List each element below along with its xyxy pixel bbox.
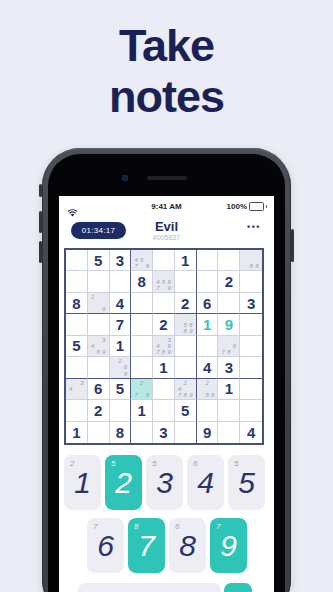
keypad-digit: 3 xyxy=(156,468,173,498)
sudoku-app: 9:41 AM 100% 01:34:17 Evil #005837 ••• 5… xyxy=(59,196,274,592)
volume-down-button xyxy=(39,241,42,263)
keypad-digit: 6 xyxy=(97,531,114,561)
sudoku-cell-r4c2[interactable] xyxy=(88,314,110,335)
remaining-count: 5 xyxy=(111,459,115,468)
given-digit: 4 xyxy=(116,296,124,311)
sudoku-cell-r8c4[interactable]: 1 xyxy=(131,400,153,421)
sudoku-cell-r4c3[interactable]: 7 xyxy=(110,314,132,335)
keypad-digit: 1 xyxy=(74,468,91,498)
sudoku-cell-r6c1[interactable] xyxy=(66,357,88,378)
sudoku-cell-r7c1[interactable]: 34 xyxy=(66,379,88,400)
sudoku-cell-r4c6[interactable]: 5689 xyxy=(175,314,197,335)
page-title-line2: notes xyxy=(0,71,333,122)
sudoku-cell-r9c5[interactable]: 3 xyxy=(153,422,175,443)
sudoku-cell-r2c2[interactable] xyxy=(88,271,110,292)
pencil-notes: 346789 xyxy=(155,337,172,355)
sudoku-cell-r6c3[interactable]: 269 xyxy=(110,357,132,378)
pencil-notes: 45679 xyxy=(155,272,172,290)
remaining-count: 5 xyxy=(234,459,238,468)
earpiece-speaker xyxy=(147,176,187,180)
sudoku-cell-r5c8[interactable]: 678 xyxy=(218,336,240,357)
sudoku-cell-r4c5[interactable]: 2 xyxy=(153,314,175,335)
sudoku-cell-r6c7[interactable]: 4 xyxy=(197,357,219,378)
sudoku-cell-r8c5[interactable] xyxy=(153,400,175,421)
sudoku-cell-r5c6[interactable] xyxy=(175,336,197,357)
keypad-digit: 2 xyxy=(115,468,132,498)
sudoku-cell-r6c4[interactable] xyxy=(131,357,153,378)
given-digit: 1 xyxy=(159,360,167,375)
remaining-count: 5 xyxy=(152,459,156,468)
given-digit: 5 xyxy=(72,338,80,353)
given-digit: 2 xyxy=(225,274,233,289)
sudoku-cell-r2c4[interactable]: 8 xyxy=(131,271,153,292)
sudoku-cell-r6c8[interactable]: 3 xyxy=(218,357,240,378)
sudoku-cell-r9c4[interactable] xyxy=(131,422,153,443)
sudoku-cell-r5c7[interactable] xyxy=(197,336,219,357)
user-digit: 9 xyxy=(225,317,233,332)
keypad-button-3[interactable]: 53 xyxy=(146,455,183,510)
keypad-button-5[interactable]: 55 xyxy=(228,455,265,510)
sudoku-cell-r4c4[interactable] xyxy=(131,314,153,335)
pencil-notes: 678 xyxy=(220,337,237,355)
sudoku-cell-r3c1[interactable]: 8 xyxy=(66,293,88,314)
keypad-digit: 5 xyxy=(238,468,255,498)
battery-icon xyxy=(249,202,264,211)
remaining-count: 7 xyxy=(216,522,220,531)
given-digit: 1 xyxy=(72,425,80,440)
sudoku-cell-r3c7[interactable]: 6 xyxy=(197,293,219,314)
sudoku-cell-r5c3[interactable]: 1 xyxy=(110,336,132,357)
battery-percent: 100% xyxy=(227,202,247,211)
sudoku-cell-r9c7[interactable]: 9 xyxy=(197,422,219,443)
sudoku-cell-r8c1[interactable] xyxy=(66,400,88,421)
remaining-count: 6 xyxy=(193,459,197,468)
mute-switch xyxy=(39,184,42,197)
phone-mockup: 9:41 AM 100% 01:34:17 Evil #005837 ••• 5… xyxy=(42,148,291,592)
volume-up-button xyxy=(39,211,42,233)
keypad-digit: 4 xyxy=(197,468,214,498)
sudoku-cell-r2c9[interactable] xyxy=(240,271,262,292)
given-digit: 5 xyxy=(94,253,102,268)
sudoku-cell-r2c7[interactable] xyxy=(197,271,219,292)
sudoku-cell-r9c3[interactable]: 8 xyxy=(110,422,132,443)
sudoku-cell-r5c1[interactable]: 5 xyxy=(66,336,88,357)
given-digit: 8 xyxy=(72,296,80,311)
notes-toggle-button[interactable] xyxy=(224,583,252,592)
given-digit: 8 xyxy=(116,425,124,440)
pencil-notes: 5689 xyxy=(177,315,194,333)
pencil-notes: 279 xyxy=(133,380,150,398)
given-digit: 2 xyxy=(159,317,167,332)
keypad-button-4[interactable]: 64 xyxy=(187,455,224,510)
page-title-line1: Take xyxy=(0,20,333,71)
keypad-button-1[interactable]: 21 xyxy=(64,455,101,510)
sudoku-cell-r5c2[interactable]: 3489 xyxy=(88,336,110,357)
more-menu-icon[interactable]: ••• xyxy=(247,222,261,232)
given-digit: 4 xyxy=(203,360,211,375)
given-digit: 6 xyxy=(203,296,211,311)
sudoku-cell-r2c1[interactable] xyxy=(66,271,88,292)
sudoku-cell-r7c9[interactable] xyxy=(240,379,262,400)
sudoku-cell-r7c5[interactable] xyxy=(153,379,175,400)
sudoku-cell-r3c6[interactable]: 2 xyxy=(175,293,197,314)
sudoku-cell-r1c4[interactable]: 4579 xyxy=(131,250,153,271)
sudoku-cell-r4c9[interactable] xyxy=(240,314,262,335)
sudoku-cell-r6c6[interactable] xyxy=(175,357,197,378)
keypad-button-6[interactable]: 76 xyxy=(87,518,124,573)
remaining-count: 8 xyxy=(134,522,138,531)
status-bar: 9:41 AM 100% xyxy=(59,200,274,214)
sudoku-cell-r8c8[interactable] xyxy=(218,400,240,421)
sudoku-cell-r9c6[interactable] xyxy=(175,422,197,443)
sudoku-cell-r1c3[interactable]: 3 xyxy=(110,250,132,271)
sudoku-cell-r8c3[interactable] xyxy=(110,400,132,421)
bottom-action-bar[interactable] xyxy=(78,583,221,592)
sudoku-cell-r2c8[interactable]: 2 xyxy=(218,271,240,292)
keypad-row-2: 76876879 xyxy=(87,518,247,573)
remaining-count: 6 xyxy=(175,522,179,531)
sudoku-cell-r9c1[interactable]: 1 xyxy=(66,422,88,443)
given-digit: 9 xyxy=(203,425,211,440)
sudoku-cell-r7c6[interactable]: 24789 xyxy=(175,379,197,400)
sudoku-cell-r4c8[interactable]: 9 xyxy=(218,314,240,335)
keypad-digit: 9 xyxy=(220,531,237,561)
given-digit: 2 xyxy=(181,296,189,311)
given-digit: 3 xyxy=(225,360,233,375)
pencil-notes: 24789 xyxy=(177,380,194,398)
sudoku-cell-r3c3[interactable]: 4 xyxy=(110,293,132,314)
sudoku-cell-r9c9[interactable]: 4 xyxy=(240,422,262,443)
sudoku-cell-r7c8[interactable]: 1 xyxy=(218,379,240,400)
pencil-notes: 89 xyxy=(242,251,260,269)
given-digit: 1 xyxy=(181,253,189,268)
sudoku-cell-r1c1[interactable] xyxy=(66,250,88,271)
front-camera-icon xyxy=(122,175,128,181)
keypad-row-1: 2152536455 xyxy=(64,455,265,510)
given-digit: 8 xyxy=(138,274,146,289)
given-digit: 5 xyxy=(116,381,124,396)
sudoku-cell-r7c3[interactable]: 5 xyxy=(110,379,132,400)
given-digit: 3 xyxy=(159,425,167,440)
sudoku-cell-r6c2[interactable] xyxy=(88,357,110,378)
remaining-count: 2 xyxy=(70,459,74,468)
sudoku-cell-r6c5[interactable]: 1 xyxy=(153,357,175,378)
pencil-notes: 19 xyxy=(90,294,107,312)
sudoku-cell-r3c8[interactable] xyxy=(218,293,240,314)
given-digit: 6 xyxy=(94,381,102,396)
sudoku-cell-r5c9[interactable] xyxy=(240,336,262,357)
given-digit: 1 xyxy=(116,338,124,353)
sudoku-cell-r8c9[interactable] xyxy=(240,400,262,421)
given-digit: 3 xyxy=(247,296,255,311)
difficulty-title: Evil xyxy=(59,219,274,234)
sudoku-cell-r8c7[interactable] xyxy=(197,400,219,421)
battery-status: 100% xyxy=(227,202,267,211)
power-button xyxy=(291,229,294,262)
sudoku-cell-r1c6[interactable]: 1 xyxy=(175,250,197,271)
sudoku-cell-r6c9[interactable] xyxy=(240,357,262,378)
given-digit: 5 xyxy=(181,403,189,418)
sudoku-cell-r8c6[interactable]: 5 xyxy=(175,400,197,421)
keypad-button-8[interactable]: 68 xyxy=(169,518,206,573)
sudoku-cell-r5c4[interactable] xyxy=(131,336,153,357)
pencil-notes: 3489 xyxy=(90,337,107,355)
sudoku-cell-r4c7[interactable]: 1 xyxy=(197,314,219,335)
sudoku-cell-r7c2[interactable]: 6 xyxy=(88,379,110,400)
puzzle-number: #005837 xyxy=(59,234,274,241)
keypad-button-9[interactable]: 79 xyxy=(210,518,247,573)
pencil-notes: 269 xyxy=(112,358,129,376)
keypad-digit: 7 xyxy=(138,531,155,561)
sudoku-cell-r1c8[interactable] xyxy=(218,250,240,271)
sudoku-cell-r2c6[interactable] xyxy=(175,271,197,292)
given-digit: 7 xyxy=(116,317,124,332)
user-digit: 1 xyxy=(203,317,211,332)
sudoku-cell-r3c2[interactable]: 19 xyxy=(88,293,110,314)
sudoku-cell-r4c1[interactable] xyxy=(66,314,88,335)
sudoku-cell-r3c5[interactable] xyxy=(153,293,175,314)
sudoku-cell-r2c5[interactable]: 45679 xyxy=(153,271,175,292)
keypad-digit: 8 xyxy=(179,531,196,561)
phone-screen: 9:41 AM 100% 01:34:17 Evil #005837 ••• 5… xyxy=(48,154,285,592)
sudoku-cell-r7c7[interactable]: 289 xyxy=(197,379,219,400)
given-digit: 1 xyxy=(225,381,233,396)
keypad-button-2[interactable]: 52 xyxy=(105,455,142,510)
keypad-button-7[interactable]: 87 xyxy=(128,518,165,573)
remaining-count: 7 xyxy=(93,522,97,531)
sudoku-cell-r7c4[interactable]: 279 xyxy=(131,379,153,400)
sudoku-cell-r3c9[interactable]: 3 xyxy=(240,293,262,314)
sudoku-cell-r9c2[interactable] xyxy=(88,422,110,443)
sudoku-cell-r2c3[interactable] xyxy=(110,271,132,292)
sudoku-cell-r5c5[interactable]: 346789 xyxy=(153,336,175,357)
page-title: Take notes xyxy=(0,20,333,122)
sudoku-cell-r3c4[interactable] xyxy=(131,293,153,314)
pencil-notes: 289 xyxy=(199,380,216,398)
sudoku-cell-r1c5[interactable] xyxy=(153,250,175,271)
sudoku-cell-r1c9[interactable]: 89 xyxy=(240,250,262,271)
sudoku-cell-r1c7[interactable] xyxy=(197,250,219,271)
pencil-notes: 4579 xyxy=(133,251,150,269)
sudoku-cell-r9c8[interactable] xyxy=(218,422,240,443)
sudoku-board: 5345791898456792819426372568919534891346… xyxy=(64,248,264,445)
sudoku-cell-r1c2[interactable]: 5 xyxy=(88,250,110,271)
given-digit: 4 xyxy=(247,425,255,440)
given-digit: 2 xyxy=(94,403,102,418)
sudoku-cell-r8c2[interactable]: 2 xyxy=(88,400,110,421)
pencil-notes: 34 xyxy=(68,380,85,398)
given-digit: 1 xyxy=(138,403,146,418)
given-digit: 3 xyxy=(116,253,124,268)
